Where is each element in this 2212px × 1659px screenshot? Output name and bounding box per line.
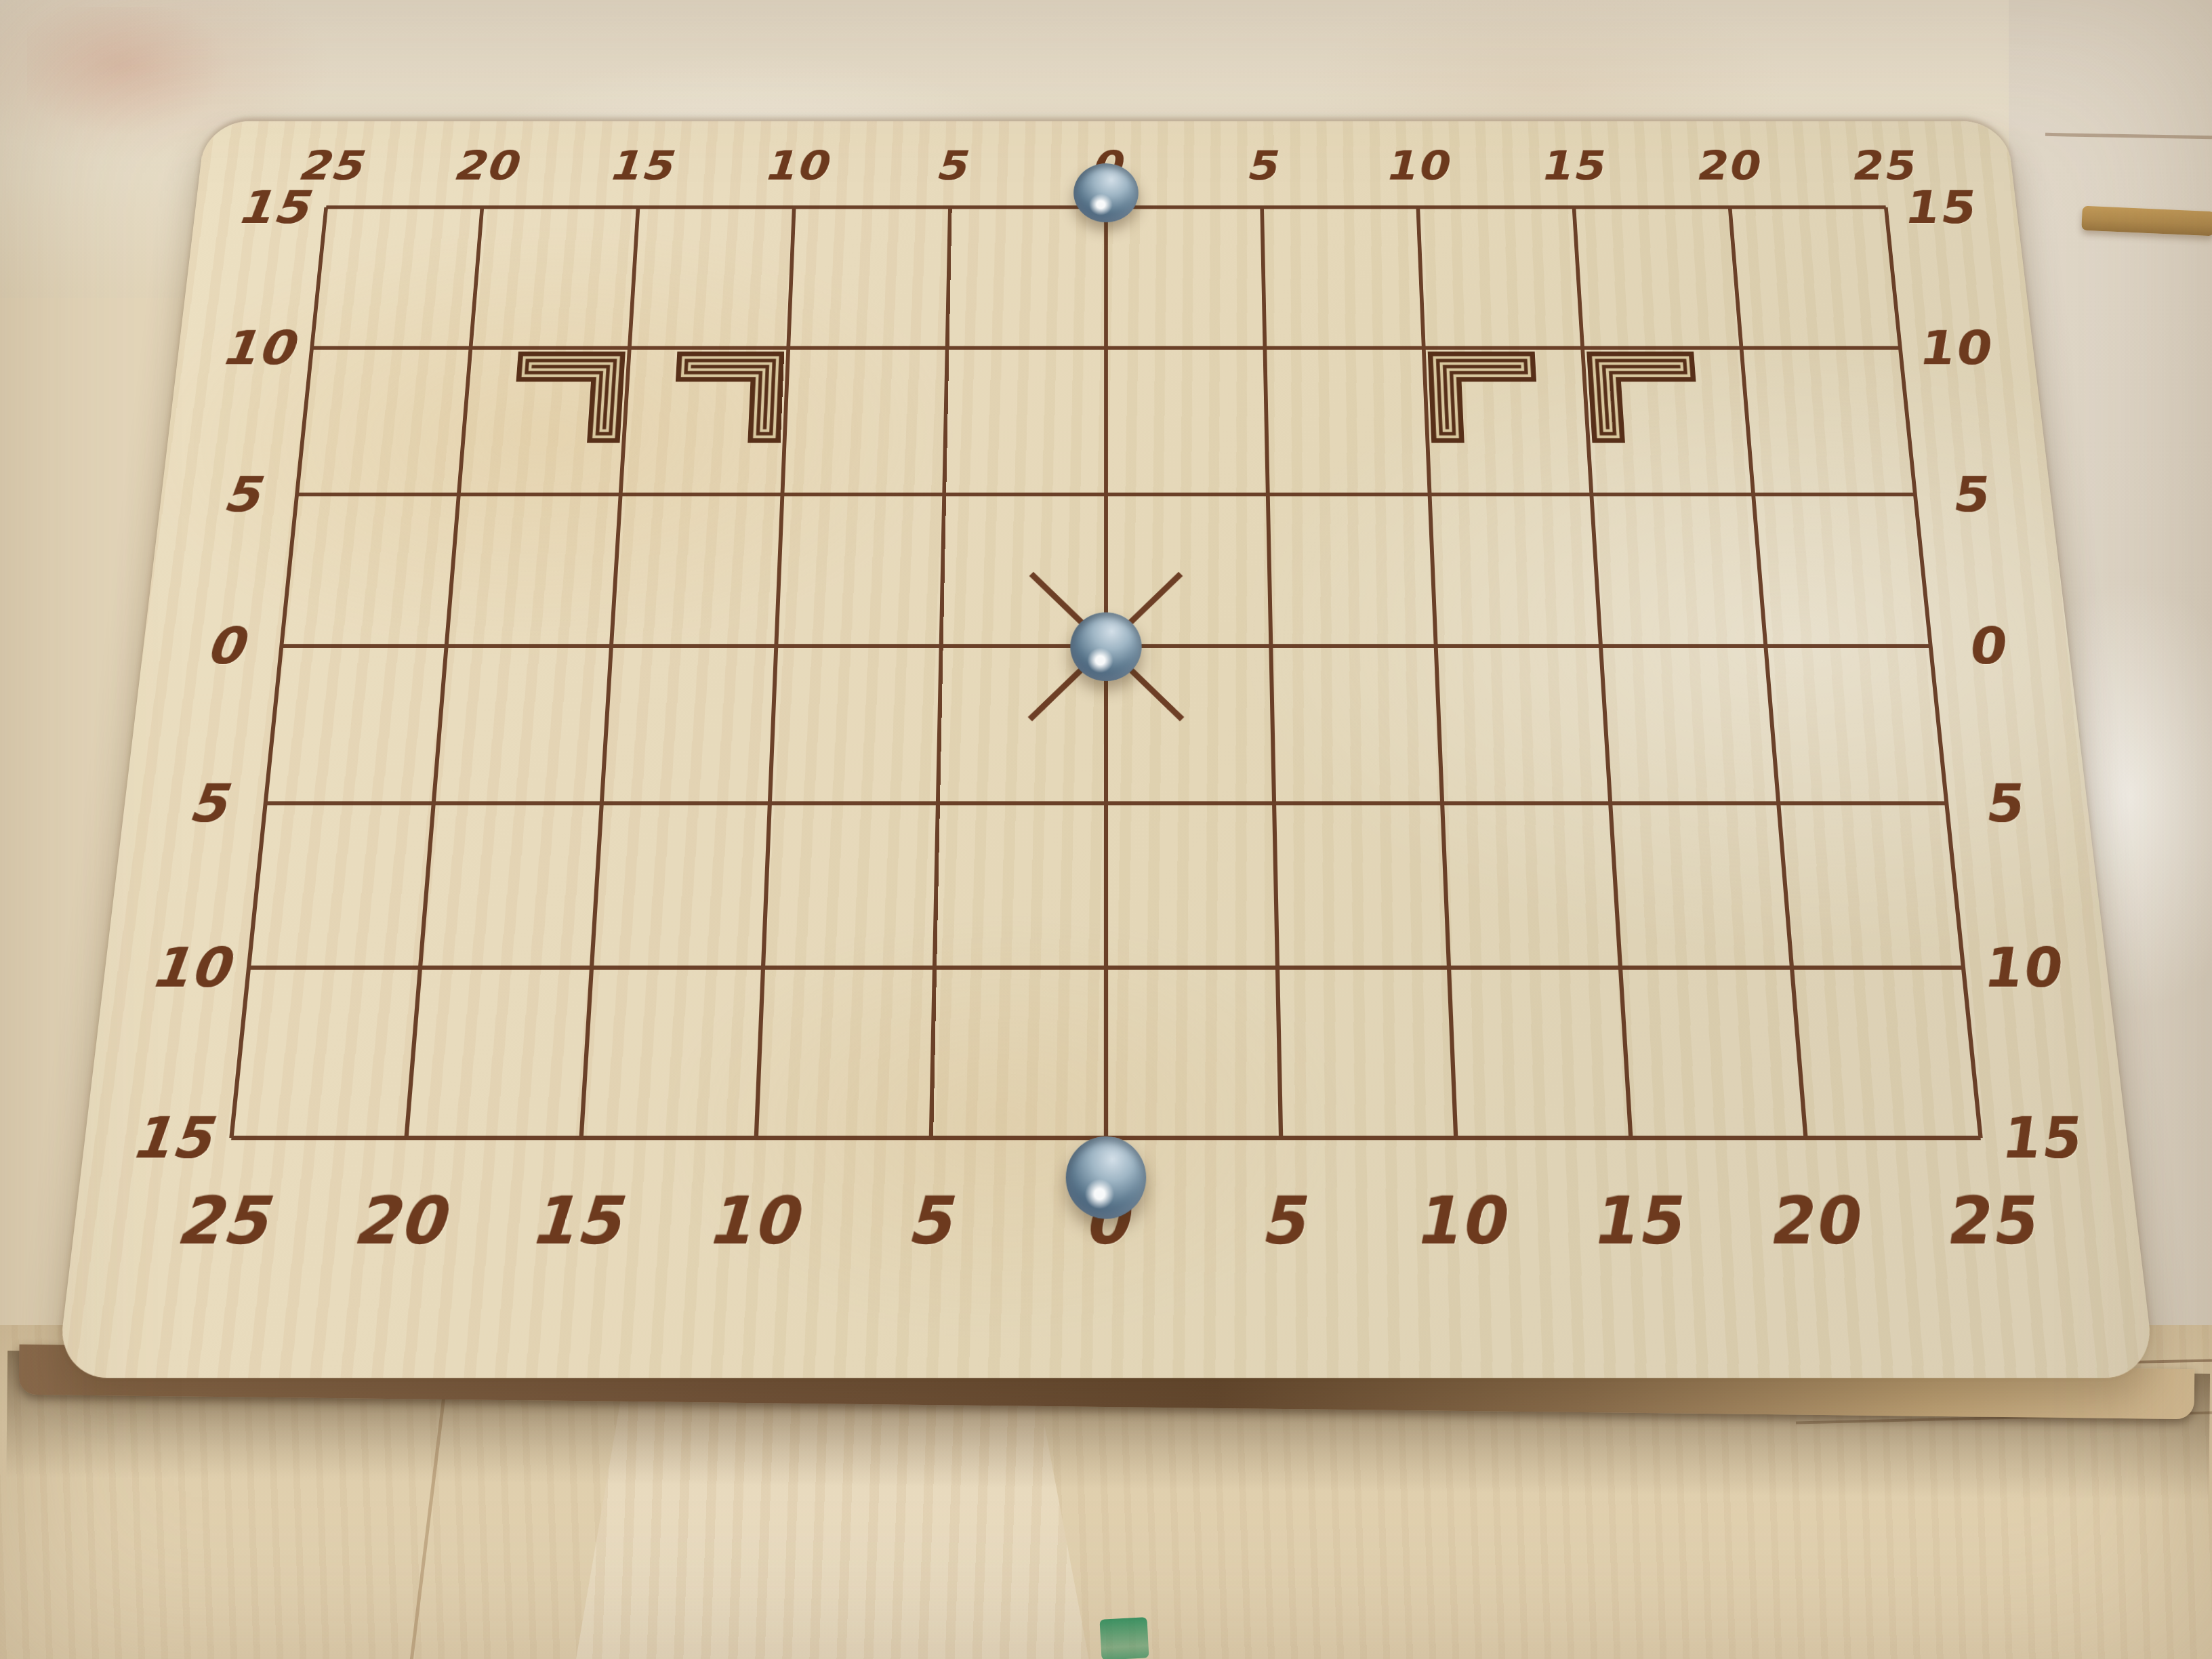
green-ink-stamp xyxy=(1099,1617,1149,1659)
top-axis-label: 15 xyxy=(1538,142,1605,189)
bottom-axis-label: 25 xyxy=(173,1182,272,1258)
left-axis-label: 15 xyxy=(128,1105,216,1171)
top-axis-label: 10 xyxy=(762,142,829,189)
left-axis-label: 15 xyxy=(234,181,312,233)
top-axis-label: 20 xyxy=(451,142,519,189)
left-axis-label: 5 xyxy=(186,773,231,834)
top-axis-label: 10 xyxy=(1383,142,1450,189)
right-axis-label: 10 xyxy=(1978,936,2063,999)
bottom-axis-label: 10 xyxy=(1412,1182,1507,1258)
steel-dome-piece-bottom[interactable] xyxy=(1065,1136,1146,1219)
left-axis-label: 10 xyxy=(218,321,297,375)
right-axis-label: 0 xyxy=(1963,617,2007,675)
bottom-axis-label: 5 xyxy=(905,1182,953,1258)
top-axis-label: 20 xyxy=(1693,142,1761,189)
bottom-axis-label: 20 xyxy=(1764,1182,1862,1258)
bottom-axis-label: 25 xyxy=(1940,1182,2039,1258)
left-axis-label: 0 xyxy=(203,617,247,675)
bottom-axis-label: 15 xyxy=(528,1182,623,1258)
wood-stain-mark xyxy=(27,7,230,136)
right-axis-label: 5 xyxy=(1947,466,1990,523)
right-axis-label: 15 xyxy=(1995,1105,2083,1171)
bottom-axis-label: 5 xyxy=(1259,1182,1307,1258)
bottom-axis-label: 20 xyxy=(350,1182,448,1258)
top-axis-label: 5 xyxy=(935,142,968,189)
steel-dome-piece-top[interactable] xyxy=(1073,163,1139,222)
top-axis-label: 15 xyxy=(607,142,674,189)
bottom-axis-label: 15 xyxy=(1588,1182,1683,1258)
game-board: 25 20 15 10 5 0 5 10 15 20 25 25 20 15 1… xyxy=(56,121,2155,1378)
top-axis-label: 5 xyxy=(1245,142,1278,189)
bottom-axis-label: 10 xyxy=(705,1182,800,1258)
right-axis-label: 15 xyxy=(1899,181,1976,233)
left-axis-label: 10 xyxy=(148,936,233,999)
steel-dome-piece-center[interactable] xyxy=(1070,613,1142,681)
right-axis-label: 5 xyxy=(1980,773,2025,834)
photo-scene: 25 20 15 10 5 0 5 10 15 20 25 25 20 15 1… xyxy=(0,0,2212,1659)
left-axis-label: 5 xyxy=(220,466,264,523)
right-axis-label: 10 xyxy=(1913,321,1992,375)
